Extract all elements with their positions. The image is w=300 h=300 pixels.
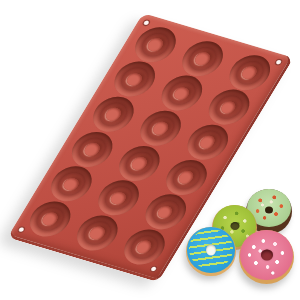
mold-cavity: [116, 225, 171, 269]
hanging-hole-icon: [148, 265, 158, 273]
mold-cavity: [175, 37, 230, 81]
mold-cavity: [222, 51, 277, 95]
mold-cavity: [201, 85, 256, 129]
product-photo: [0, 0, 300, 300]
mold-cavity: [180, 120, 235, 164]
mold-cavity: [65, 127, 120, 171]
mold-cavity: [91, 176, 146, 220]
mold-cavity: [44, 162, 99, 206]
mold-cavity: [159, 155, 214, 199]
mold-cavity: [133, 106, 188, 150]
mold-cavity: [128, 23, 183, 67]
mold-cavity: [70, 211, 125, 255]
donut-hole: [265, 207, 273, 214]
mold-cavity: [154, 72, 209, 116]
donut-hole: [261, 250, 273, 261]
mold-cavity: [86, 93, 141, 137]
donut-hole: [206, 245, 216, 256]
mold-cavity: [112, 141, 167, 185]
donut-blue: [186, 227, 236, 276]
donut-hole: [230, 222, 239, 230]
donut-pink: [239, 230, 294, 284]
mold-cavity: [23, 197, 78, 241]
hanging-hole-icon: [274, 58, 284, 66]
mold-cavity: [107, 58, 162, 102]
mold-cavity: [137, 190, 192, 234]
